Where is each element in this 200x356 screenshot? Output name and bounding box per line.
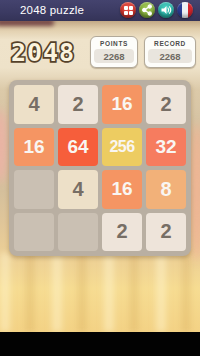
bottom-bar [0,332,200,356]
apps-menu-button[interactable] [120,2,136,18]
app-title: 2048 puzzle [20,0,84,21]
empty-cell-r3c1 [58,213,98,252]
record-box: RECORD 2268 [144,36,196,68]
tile-16-r2c2: 16 [102,170,142,209]
tile-2-r0c3: 2 [146,85,186,124]
tile-256-r1c2: 256 [102,128,142,167]
tile-4-r2c1: 4 [58,170,98,209]
game-board[interactable]: 42162166425632416822 [9,80,191,256]
tile-16-r1c0: 16 [14,128,54,167]
game-logo: 2048 [4,38,82,67]
points-box: POINTS 2268 [90,36,138,68]
tile-2-r0c1: 2 [58,85,98,124]
language-flag-france-button[interactable] [177,2,193,18]
tile-2-r3c3: 2 [146,213,186,252]
top-app-bar: 2048 puzzle [0,0,200,21]
record-value: 2268 [148,49,192,63]
empty-cell-r2c0 [14,170,54,209]
apps-grid-icon [124,6,133,15]
tile-16-r0c2: 16 [102,85,142,124]
tile-4-r0c0: 4 [14,85,54,124]
tile-32-r1c3: 32 [146,128,186,167]
points-value: 2268 [94,49,134,63]
sound-button[interactable] [158,2,174,18]
app-screen: 2048 puzzle 2048 POINTS 2268 [0,0,200,356]
tile-8-r2c3: 8 [146,170,186,209]
points-label: POINTS [94,40,134,47]
svg-text:2048: 2048 [11,38,75,67]
background-blur-blob [0,109,8,183]
sound-icon [160,4,172,16]
tile-2-r3c2: 2 [102,213,142,252]
share-icon [141,4,153,16]
empty-cell-r3c0 [14,213,54,252]
background-blur-blob [190,123,200,261]
record-label: RECORD [148,40,192,47]
share-button[interactable] [139,2,155,18]
tile-64-r1c1: 64 [58,128,98,167]
background-table-streaks [0,253,200,332]
